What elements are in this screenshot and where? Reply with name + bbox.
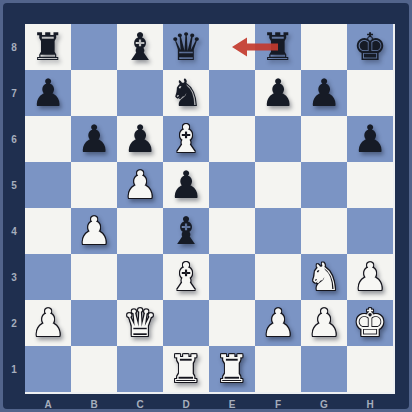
piece-white-bishop[interactable]: ♝ — [163, 116, 209, 162]
square-h2[interactable]: ♚ — [347, 300, 393, 346]
file-label-h: H — [347, 393, 393, 412]
square-d4[interactable]: ♝ — [163, 208, 209, 254]
square-b1[interactable] — [71, 346, 117, 392]
square-a2[interactable]: ♟ — [25, 300, 71, 346]
piece-black-pawn[interactable]: ♟ — [347, 116, 393, 162]
rank-label-8: 8 — [3, 24, 25, 70]
square-b5[interactable] — [71, 162, 117, 208]
square-g7[interactable]: ♟ — [301, 70, 347, 116]
square-c3[interactable] — [117, 254, 163, 300]
piece-black-pawn[interactable]: ♟ — [301, 70, 347, 116]
rank-labels: 87654321 — [3, 24, 25, 392]
square-e5[interactable] — [209, 162, 255, 208]
square-g2[interactable]: ♟ — [301, 300, 347, 346]
square-c2[interactable]: ♛ — [117, 300, 163, 346]
square-d5[interactable]: ♟ — [163, 162, 209, 208]
piece-white-rook[interactable]: ♜ — [163, 346, 209, 392]
file-label-f: F — [255, 393, 301, 412]
square-d3[interactable]: ♝ — [163, 254, 209, 300]
square-a1[interactable] — [25, 346, 71, 392]
board-wrap: ♜♝♛♜♚♟♞♟♟♟♟♝♟♟♟♟♝♝♞♟♟♛♟♟♚♜♜ — [25, 24, 395, 394]
piece-black-pawn[interactable]: ♟ — [71, 116, 117, 162]
square-a5[interactable] — [25, 162, 71, 208]
square-c1[interactable] — [117, 346, 163, 392]
piece-black-pawn[interactable]: ♟ — [25, 70, 71, 116]
piece-black-pawn[interactable]: ♟ — [255, 70, 301, 116]
square-h6[interactable]: ♟ — [347, 116, 393, 162]
square-e6[interactable] — [209, 116, 255, 162]
piece-white-pawn[interactable]: ♟ — [301, 300, 347, 346]
file-label-g: G — [301, 393, 347, 412]
square-a7[interactable]: ♟ — [25, 70, 71, 116]
square-e7[interactable] — [209, 70, 255, 116]
rank-label-2: 2 — [3, 300, 25, 346]
square-b8[interactable] — [71, 24, 117, 70]
rank-label-4: 4 — [3, 208, 25, 254]
square-g5[interactable] — [301, 162, 347, 208]
square-g4[interactable] — [301, 208, 347, 254]
square-c5[interactable]: ♟ — [117, 162, 163, 208]
piece-white-pawn[interactable]: ♟ — [347, 254, 393, 300]
file-label-d: D — [163, 393, 209, 412]
square-a6[interactable] — [25, 116, 71, 162]
square-c6[interactable]: ♟ — [117, 116, 163, 162]
square-f8[interactable]: ♜ — [255, 24, 301, 70]
piece-black-queen[interactable]: ♛ — [163, 24, 209, 70]
rank-label-7: 7 — [3, 70, 25, 116]
piece-black-pawn[interactable]: ♟ — [117, 116, 163, 162]
square-h5[interactable] — [347, 162, 393, 208]
square-a4[interactable] — [25, 208, 71, 254]
square-e4[interactable] — [209, 208, 255, 254]
piece-black-king[interactable]: ♚ — [347, 24, 393, 70]
square-e1[interactable]: ♜ — [209, 346, 255, 392]
square-e3[interactable] — [209, 254, 255, 300]
square-g8[interactable] — [301, 24, 347, 70]
square-b3[interactable] — [71, 254, 117, 300]
piece-white-bishop[interactable]: ♝ — [163, 254, 209, 300]
square-h1[interactable] — [347, 346, 393, 392]
square-b7[interactable] — [71, 70, 117, 116]
piece-white-knight[interactable]: ♞ — [301, 254, 347, 300]
square-e8[interactable] — [209, 24, 255, 70]
square-d8[interactable]: ♛ — [163, 24, 209, 70]
piece-white-pawn[interactable]: ♟ — [255, 300, 301, 346]
piece-white-king[interactable]: ♚ — [347, 300, 393, 346]
square-f7[interactable]: ♟ — [255, 70, 301, 116]
piece-black-knight[interactable]: ♞ — [163, 70, 209, 116]
square-d7[interactable]: ♞ — [163, 70, 209, 116]
piece-white-rook[interactable]: ♜ — [209, 346, 255, 392]
piece-black-rook[interactable]: ♜ — [25, 24, 71, 70]
square-d6[interactable]: ♝ — [163, 116, 209, 162]
square-f5[interactable] — [255, 162, 301, 208]
rank-label-1: 1 — [3, 346, 25, 392]
piece-white-queen[interactable]: ♛ — [117, 300, 163, 346]
rank-label-5: 5 — [3, 162, 25, 208]
square-h3[interactable]: ♟ — [347, 254, 393, 300]
piece-white-pawn[interactable]: ♟ — [117, 162, 163, 208]
piece-black-bishop[interactable]: ♝ — [117, 24, 163, 70]
square-g3[interactable]: ♞ — [301, 254, 347, 300]
square-d2[interactable] — [163, 300, 209, 346]
square-c8[interactable]: ♝ — [117, 24, 163, 70]
square-h7[interactable] — [347, 70, 393, 116]
square-h8[interactable]: ♚ — [347, 24, 393, 70]
piece-white-pawn[interactable]: ♟ — [25, 300, 71, 346]
board-border-panel: 87654321 ABCDEFGH ♜♝♛♜♚♟♞♟♟♟♟♝♟♟♟♟♝♝♞♟♟♛… — [3, 3, 409, 409]
piece-white-pawn[interactable]: ♟ — [71, 208, 117, 254]
piece-black-bishop[interactable]: ♝ — [163, 208, 209, 254]
file-labels: ABCDEFGH — [25, 393, 395, 412]
piece-black-pawn[interactable]: ♟ — [163, 162, 209, 208]
square-c7[interactable] — [117, 70, 163, 116]
chess-app-frame: 87654321 ABCDEFGH ♜♝♛♜♚♟♞♟♟♟♟♝♟♟♟♟♝♝♞♟♟♛… — [0, 0, 412, 412]
square-h4[interactable] — [347, 208, 393, 254]
square-g6[interactable] — [301, 116, 347, 162]
square-e2[interactable] — [209, 300, 255, 346]
square-d1[interactable]: ♜ — [163, 346, 209, 392]
square-f1[interactable] — [255, 346, 301, 392]
square-f3[interactable] — [255, 254, 301, 300]
square-f2[interactable]: ♟ — [255, 300, 301, 346]
square-g1[interactable] — [301, 346, 347, 392]
square-b4[interactable]: ♟ — [71, 208, 117, 254]
chess-board: ♜♝♛♜♚♟♞♟♟♟♟♝♟♟♟♟♝♝♞♟♟♛♟♟♚♜♜ — [25, 24, 393, 392]
square-f6[interactable] — [255, 116, 301, 162]
file-label-a: A — [25, 393, 71, 412]
rank-label-6: 6 — [3, 116, 25, 162]
square-b6[interactable]: ♟ — [71, 116, 117, 162]
square-c4[interactable] — [117, 208, 163, 254]
piece-black-rook[interactable]: ♜ — [255, 24, 301, 70]
file-label-e: E — [209, 393, 255, 412]
square-a8[interactable]: ♜ — [25, 24, 71, 70]
file-label-b: B — [71, 393, 117, 412]
rank-label-3: 3 — [3, 254, 25, 300]
square-b2[interactable] — [71, 300, 117, 346]
square-f4[interactable] — [255, 208, 301, 254]
file-label-c: C — [117, 393, 163, 412]
square-a3[interactable] — [25, 254, 71, 300]
